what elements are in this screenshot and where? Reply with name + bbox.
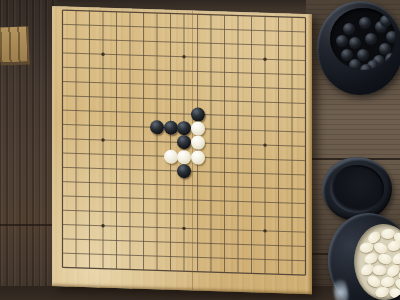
black-stone-in-bowl — [336, 35, 348, 47]
black-stone-in-bowl — [386, 31, 396, 43]
black-stone-in-bowl — [365, 33, 377, 45]
white-stone-in-bowl — [377, 252, 393, 265]
black-stone-in-bowl — [360, 64, 372, 70]
black-stone-in-bowl — [343, 23, 355, 35]
white-stone — [191, 150, 205, 164]
rim-highlight — [332, 275, 351, 300]
black-bowl-opening — [330, 8, 396, 70]
black-stone — [164, 121, 178, 135]
white-bowl-opening — [353, 223, 400, 300]
white-stone-in-bowl — [372, 265, 386, 275]
go-board — [52, 6, 312, 294]
white-stone — [164, 149, 178, 163]
wooden-stool-corner — [0, 27, 30, 66]
white-stone — [177, 150, 191, 164]
black-stone-in-bowl — [349, 37, 361, 49]
black-stone — [177, 164, 191, 178]
white-stone-in-bowl — [388, 286, 400, 300]
go-scene-photo — [0, 0, 400, 300]
black-stone — [150, 120, 164, 134]
black-stone-bowl — [317, 1, 400, 95]
bowl-lid — [322, 157, 392, 221]
black-stone-in-bowl — [359, 17, 371, 29]
black-stone — [191, 107, 205, 121]
black-stone-in-bowl — [385, 53, 396, 65]
bowl-lid-inner — [330, 165, 384, 213]
white-stone — [191, 121, 205, 135]
white-stone-in-bowl — [386, 239, 400, 253]
black-stone — [177, 121, 191, 135]
black-stone-in-bowl — [357, 49, 369, 61]
plank-seam — [0, 224, 57, 226]
board-center-seam — [192, 10, 193, 290]
black-stone-in-bowl — [380, 15, 392, 27]
